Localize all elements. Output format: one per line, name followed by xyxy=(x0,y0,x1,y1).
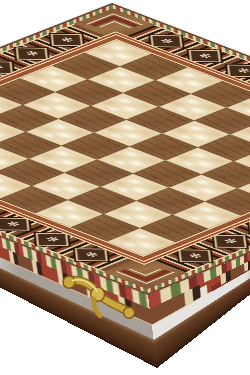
mosaic-medallion: ✻ xyxy=(189,50,221,62)
product-photo-stage: ✻✻✻✻✻✻✻ ✻✻✻✻✻✻✻ ✻✻✻✻✻✻✻ ✻✻✻✻✻✻✻ xyxy=(0,0,250,375)
mosaic-medallion: ✻ xyxy=(75,248,108,261)
brass-latch xyxy=(56,268,142,330)
mosaic-medallion: ✻ xyxy=(50,34,82,46)
mosaic-medallion: ✻ xyxy=(178,249,211,262)
mosaic-medallion: ✻ xyxy=(15,47,47,59)
mosaic-medallion: ✻ xyxy=(213,235,246,248)
mosaic-medallion: ✻ xyxy=(248,220,250,233)
mosaic-medallion: ✻ xyxy=(0,218,30,231)
mosaic-medallion: ✻ xyxy=(36,233,69,246)
mosaic-medallion: ✻ xyxy=(151,35,183,47)
chess-board-top: ✻✻✻✻✻✻✻ ✻✻✻✻✻✻✻ ✻✻✻✻✻✻✻ ✻✻✻✻✻✻✻ xyxy=(0,3,250,295)
